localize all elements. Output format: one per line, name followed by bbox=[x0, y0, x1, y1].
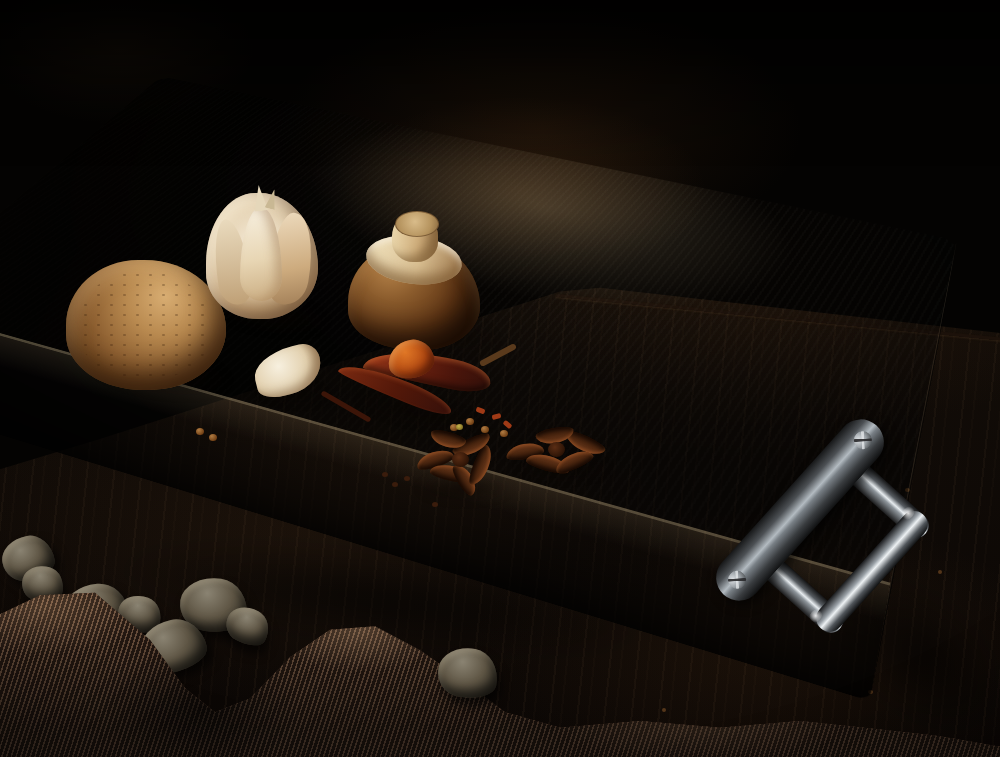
peppercorn bbox=[466, 418, 474, 425]
screw bbox=[850, 427, 875, 452]
peppercorn bbox=[500, 430, 508, 437]
spice-crumb bbox=[392, 482, 398, 487]
brown-mushroom-left bbox=[66, 260, 226, 390]
spice-crumb bbox=[432, 502, 438, 507]
brown-mushroom-center bbox=[348, 226, 480, 350]
peppercorn bbox=[209, 434, 217, 441]
seed bbox=[456, 424, 463, 430]
screw bbox=[724, 567, 749, 592]
peppercorn bbox=[481, 426, 489, 433]
star-anise-cluster bbox=[500, 418, 630, 498]
spice-crumb bbox=[404, 476, 410, 481]
peppercorn bbox=[196, 428, 204, 435]
photo-scene bbox=[0, 0, 1000, 757]
mushroom-speckles bbox=[79, 270, 213, 379]
mushroom-stem-cut bbox=[395, 211, 439, 237]
spice-crumb bbox=[382, 472, 388, 477]
garlic-bulb bbox=[206, 193, 318, 319]
